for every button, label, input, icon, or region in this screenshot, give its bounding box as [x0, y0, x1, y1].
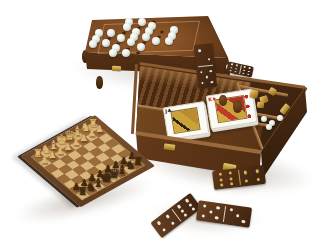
wooden-piece: [219, 95, 227, 106]
card-index: J♣: [165, 108, 172, 114]
solitaire-inlay-line: [97, 21, 200, 54]
white-marble: [226, 64, 232, 70]
brass-die: [257, 102, 265, 109]
white-marble: [266, 124, 272, 130]
card-court-figure: [170, 107, 201, 135]
white-marble: [261, 116, 267, 122]
playing-card-deck-left: J♣: [163, 101, 210, 140]
domino-pip: [162, 227, 167, 232]
wooden-piece: [233, 100, 242, 113]
brass-die: [268, 87, 278, 97]
lid-foot: [96, 76, 103, 89]
shadow-under-dominoes: [149, 197, 263, 237]
scene: J♣ K♦ ♜: [0, 0, 328, 245]
white-marble: [233, 68, 239, 74]
brass-die: [249, 89, 258, 98]
